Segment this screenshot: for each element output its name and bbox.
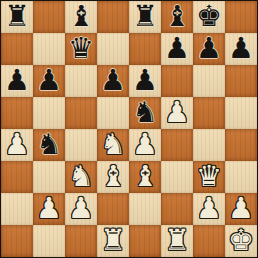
square-g1[interactable] — [193, 225, 225, 257]
black-rook-piece: ♜ — [132, 2, 158, 31]
black-king-piece: ♚ — [196, 2, 222, 31]
white-queen-piece: ♛ — [196, 162, 222, 191]
white-pawn-piece: ♟ — [164, 98, 190, 127]
square-d2[interactable] — [97, 193, 129, 225]
white-rook-piece: ♜ — [100, 226, 126, 255]
square-f6[interactable] — [161, 65, 193, 97]
board-frame: ♜♝♜♝♚♛♟♟♟♟♟♟♟♞♟♟♞♞♟♞♝♝♛♟♟♟♟♜♜♚ — [0, 0, 258, 258]
black-pawn-piece: ♟ — [36, 66, 62, 95]
square-f7[interactable]: ♟ — [161, 33, 193, 65]
square-h2[interactable]: ♟ — [225, 193, 257, 225]
square-e2[interactable] — [129, 193, 161, 225]
square-a8[interactable]: ♜ — [1, 1, 33, 33]
square-h6[interactable] — [225, 65, 257, 97]
square-h3[interactable] — [225, 161, 257, 193]
chess-board: ♜♝♜♝♚♛♟♟♟♟♟♟♟♞♟♟♞♞♟♞♝♝♛♟♟♟♟♜♜♚ — [1, 1, 257, 257]
square-c6[interactable] — [65, 65, 97, 97]
white-pawn-piece: ♟ — [196, 194, 222, 223]
white-knight-piece: ♞ — [100, 130, 126, 159]
square-h7[interactable]: ♟ — [225, 33, 257, 65]
black-pawn-piece: ♟ — [164, 34, 190, 63]
square-g2[interactable]: ♟ — [193, 193, 225, 225]
square-e8[interactable]: ♜ — [129, 1, 161, 33]
square-g8[interactable]: ♚ — [193, 1, 225, 33]
square-e7[interactable] — [129, 33, 161, 65]
square-a5[interactable] — [1, 97, 33, 129]
square-c4[interactable] — [65, 129, 97, 161]
square-b5[interactable] — [33, 97, 65, 129]
square-e1[interactable] — [129, 225, 161, 257]
square-a2[interactable] — [1, 193, 33, 225]
square-c1[interactable] — [65, 225, 97, 257]
square-b3[interactable] — [33, 161, 65, 193]
square-f3[interactable] — [161, 161, 193, 193]
white-pawn-piece: ♟ — [132, 130, 158, 159]
square-d1[interactable]: ♜ — [97, 225, 129, 257]
black-rook-piece: ♜ — [4, 2, 30, 31]
square-h1[interactable]: ♚ — [225, 225, 257, 257]
white-pawn-piece: ♟ — [4, 130, 30, 159]
black-pawn-piece: ♟ — [228, 34, 254, 63]
square-e5[interactable]: ♞ — [129, 97, 161, 129]
black-bishop-piece: ♝ — [164, 2, 190, 31]
square-d8[interactable] — [97, 1, 129, 33]
black-pawn-piece: ♟ — [100, 66, 126, 95]
square-g5[interactable] — [193, 97, 225, 129]
square-d5[interactable] — [97, 97, 129, 129]
black-knight-piece: ♞ — [36, 130, 62, 159]
white-pawn-piece: ♟ — [68, 194, 94, 223]
square-a1[interactable] — [1, 225, 33, 257]
square-c3[interactable]: ♞ — [65, 161, 97, 193]
black-knight-piece: ♞ — [132, 98, 158, 127]
square-f8[interactable]: ♝ — [161, 1, 193, 33]
white-king-piece: ♚ — [228, 226, 254, 255]
square-a3[interactable] — [1, 161, 33, 193]
square-a6[interactable]: ♟ — [1, 65, 33, 97]
square-a4[interactable]: ♟ — [1, 129, 33, 161]
black-pawn-piece: ♟ — [132, 66, 158, 95]
square-a7[interactable] — [1, 33, 33, 65]
square-b1[interactable] — [33, 225, 65, 257]
square-c7[interactable]: ♛ — [65, 33, 97, 65]
square-f5[interactable]: ♟ — [161, 97, 193, 129]
square-h8[interactable] — [225, 1, 257, 33]
white-bishop-piece: ♝ — [132, 162, 158, 191]
square-e3[interactable]: ♝ — [129, 161, 161, 193]
square-c5[interactable] — [65, 97, 97, 129]
square-c8[interactable]: ♝ — [65, 1, 97, 33]
square-b4[interactable]: ♞ — [33, 129, 65, 161]
square-d4[interactable]: ♞ — [97, 129, 129, 161]
square-b2[interactable]: ♟ — [33, 193, 65, 225]
square-e6[interactable]: ♟ — [129, 65, 161, 97]
square-h4[interactable] — [225, 129, 257, 161]
white-knight-piece: ♞ — [68, 162, 94, 191]
square-d7[interactable] — [97, 33, 129, 65]
black-bishop-piece: ♝ — [68, 2, 94, 31]
square-f4[interactable] — [161, 129, 193, 161]
black-pawn-piece: ♟ — [196, 34, 222, 63]
square-d3[interactable]: ♝ — [97, 161, 129, 193]
square-d6[interactable]: ♟ — [97, 65, 129, 97]
black-pawn-piece: ♟ — [4, 66, 30, 95]
square-g4[interactable] — [193, 129, 225, 161]
white-pawn-piece: ♟ — [228, 194, 254, 223]
square-b8[interactable] — [33, 1, 65, 33]
square-b6[interactable]: ♟ — [33, 65, 65, 97]
square-g6[interactable] — [193, 65, 225, 97]
square-f2[interactable] — [161, 193, 193, 225]
white-bishop-piece: ♝ — [100, 162, 126, 191]
white-rook-piece: ♜ — [164, 226, 190, 255]
white-pawn-piece: ♟ — [36, 194, 62, 223]
square-f1[interactable]: ♜ — [161, 225, 193, 257]
square-g3[interactable]: ♛ — [193, 161, 225, 193]
square-b7[interactable] — [33, 33, 65, 65]
black-queen-piece: ♛ — [68, 34, 94, 63]
square-e4[interactable]: ♟ — [129, 129, 161, 161]
square-g7[interactable]: ♟ — [193, 33, 225, 65]
square-h5[interactable] — [225, 97, 257, 129]
square-c2[interactable]: ♟ — [65, 193, 97, 225]
